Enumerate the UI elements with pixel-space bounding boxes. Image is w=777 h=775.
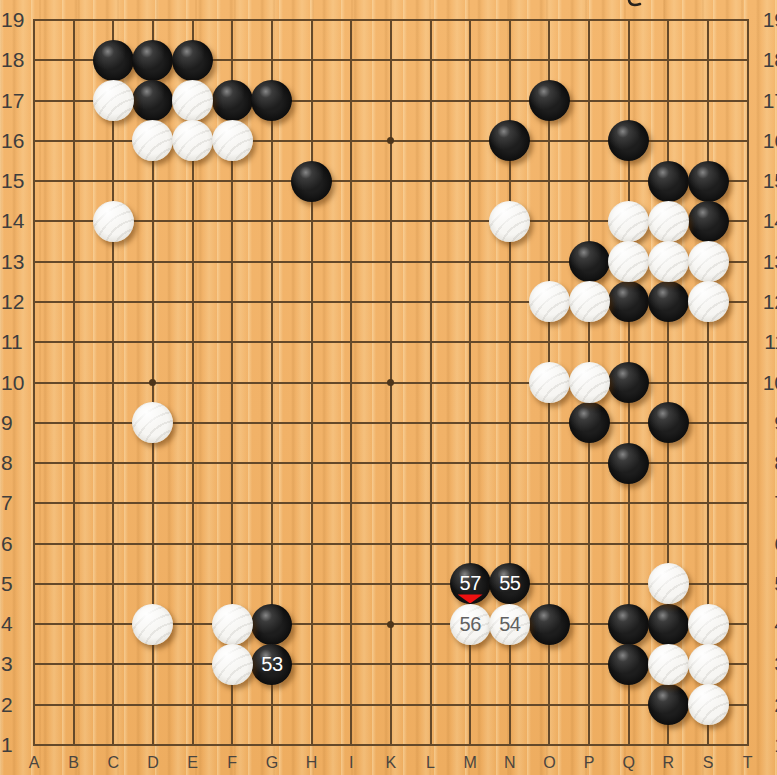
grid-line-horizontal bbox=[33, 704, 749, 706]
black-stone bbox=[608, 644, 649, 685]
column-label: R bbox=[655, 754, 681, 772]
grid-line-horizontal bbox=[33, 583, 749, 585]
white-stone bbox=[688, 604, 729, 645]
row-label: 3 bbox=[1, 653, 35, 675]
goban-screen: 5755535654 19181716151413121110987654321… bbox=[0, 0, 777, 775]
star-point bbox=[387, 621, 394, 628]
column-label: C bbox=[100, 754, 126, 772]
black-stone bbox=[648, 604, 689, 645]
row-label: 17 bbox=[1, 90, 35, 112]
row-label-right: 13 bbox=[750, 251, 777, 273]
move-number: 56 bbox=[450, 604, 491, 645]
column-label: I bbox=[338, 754, 364, 772]
white-stone bbox=[688, 644, 729, 685]
row-label: 12 bbox=[1, 291, 35, 313]
column-label: P bbox=[576, 754, 602, 772]
black-stone bbox=[569, 241, 610, 282]
white-stone bbox=[608, 241, 649, 282]
column-label: G bbox=[259, 754, 285, 772]
black-stone bbox=[132, 80, 173, 121]
row-label-right: 12 bbox=[750, 291, 777, 313]
row-label: 11 bbox=[1, 331, 35, 353]
grid-line-horizontal bbox=[33, 543, 749, 545]
last-move-marker-icon bbox=[458, 594, 483, 603]
star-point bbox=[149, 379, 156, 386]
column-label: K bbox=[378, 754, 404, 772]
white-stone bbox=[132, 604, 173, 645]
grid-line-vertical bbox=[430, 19, 432, 746]
grid-line-horizontal bbox=[33, 502, 749, 504]
white-stone bbox=[172, 80, 213, 121]
row-label: 4 bbox=[1, 613, 35, 635]
black-stone bbox=[688, 201, 729, 242]
white-stone bbox=[608, 201, 649, 242]
row-label-right: 10 bbox=[750, 372, 777, 394]
column-label: M bbox=[457, 754, 483, 772]
black-stone: 53 bbox=[251, 644, 292, 685]
black-stone bbox=[212, 80, 253, 121]
column-label: S bbox=[695, 754, 721, 772]
row-label-right: 14 bbox=[750, 210, 777, 232]
row-label-right: 17 bbox=[750, 90, 777, 112]
black-stone bbox=[172, 40, 213, 81]
white-stone bbox=[569, 281, 610, 322]
white-stone bbox=[688, 684, 729, 725]
column-label: T bbox=[735, 754, 761, 772]
black-stone bbox=[648, 161, 689, 202]
black-stone bbox=[529, 80, 570, 121]
row-label: 10 bbox=[1, 372, 35, 394]
row-label-right: 9 bbox=[750, 412, 777, 434]
white-stone bbox=[529, 362, 570, 403]
column-label: F bbox=[219, 754, 245, 772]
row-label-right: 4 bbox=[750, 613, 777, 635]
black-stone bbox=[132, 40, 173, 81]
black-stone bbox=[489, 120, 530, 161]
black-stone bbox=[608, 120, 649, 161]
black-stone bbox=[608, 281, 649, 322]
white-stone bbox=[489, 201, 530, 242]
black-stone bbox=[608, 443, 649, 484]
row-label: 9 bbox=[1, 412, 35, 434]
white-stone bbox=[212, 604, 253, 645]
move-number: 53 bbox=[251, 644, 292, 685]
row-label: 2 bbox=[1, 694, 35, 716]
row-label: 15 bbox=[1, 170, 35, 192]
black-stone bbox=[569, 402, 610, 443]
star-point bbox=[387, 379, 394, 386]
column-label: O bbox=[536, 754, 562, 772]
white-stone bbox=[688, 241, 729, 282]
row-label: 16 bbox=[1, 130, 35, 152]
black-stone bbox=[648, 281, 689, 322]
row-label-right: 11 bbox=[750, 331, 777, 353]
row-label-right: 1 bbox=[750, 734, 777, 756]
column-label: B bbox=[61, 754, 87, 772]
row-label: 19 bbox=[1, 9, 35, 31]
row-label: 14 bbox=[1, 210, 35, 232]
column-label: D bbox=[140, 754, 166, 772]
row-label-right: 16 bbox=[750, 130, 777, 152]
column-label: N bbox=[497, 754, 523, 772]
white-stone bbox=[212, 644, 253, 685]
column-label: Q bbox=[616, 754, 642, 772]
row-label: 7 bbox=[1, 492, 35, 514]
white-stone bbox=[93, 80, 134, 121]
white-stone bbox=[648, 241, 689, 282]
black-stone bbox=[608, 604, 649, 645]
row-label: 6 bbox=[1, 533, 35, 555]
white-stone: 56 bbox=[450, 604, 491, 645]
white-stone bbox=[93, 201, 134, 242]
move-number: 55 bbox=[489, 563, 530, 604]
white-stone bbox=[688, 281, 729, 322]
black-stone: 55 bbox=[489, 563, 530, 604]
white-stone bbox=[172, 120, 213, 161]
column-label: A bbox=[21, 754, 47, 772]
black-stone bbox=[529, 604, 570, 645]
black-stone bbox=[648, 402, 689, 443]
column-label: L bbox=[418, 754, 444, 772]
black-stone bbox=[251, 80, 292, 121]
row-label: 1 bbox=[1, 734, 35, 756]
column-label: E bbox=[180, 754, 206, 772]
row-label-right: 2 bbox=[750, 694, 777, 716]
row-label: 5 bbox=[1, 573, 35, 595]
white-stone bbox=[648, 644, 689, 685]
white-stone bbox=[132, 120, 173, 161]
black-stone bbox=[608, 362, 649, 403]
white-stone bbox=[648, 563, 689, 604]
row-label: 13 bbox=[1, 251, 35, 273]
white-stone bbox=[132, 402, 173, 443]
row-label-right: 7 bbox=[750, 492, 777, 514]
white-stone: 54 bbox=[489, 604, 530, 645]
row-label-right: 8 bbox=[750, 452, 777, 474]
row-label-right: 3 bbox=[750, 653, 777, 675]
star-point bbox=[387, 137, 394, 144]
stray-mark bbox=[627, 0, 645, 9]
black-stone bbox=[688, 161, 729, 202]
black-stone bbox=[93, 40, 134, 81]
grid-line-horizontal bbox=[33, 744, 749, 746]
black-stone: 57 bbox=[450, 563, 491, 604]
move-number: 54 bbox=[489, 604, 530, 645]
row-label-right: 19 bbox=[750, 9, 777, 31]
black-stone bbox=[291, 161, 332, 202]
black-stone bbox=[251, 604, 292, 645]
row-label-right: 5 bbox=[750, 573, 777, 595]
row-label: 8 bbox=[1, 452, 35, 474]
white-stone bbox=[529, 281, 570, 322]
row-label-right: 6 bbox=[750, 533, 777, 555]
row-label-right: 18 bbox=[750, 49, 777, 71]
black-stone bbox=[648, 684, 689, 725]
white-stone bbox=[212, 120, 253, 161]
grid-line-vertical bbox=[747, 19, 749, 746]
white-stone bbox=[648, 201, 689, 242]
row-label-right: 15 bbox=[750, 170, 777, 192]
column-label: H bbox=[299, 754, 325, 772]
white-stone bbox=[569, 362, 610, 403]
row-label: 18 bbox=[1, 49, 35, 71]
